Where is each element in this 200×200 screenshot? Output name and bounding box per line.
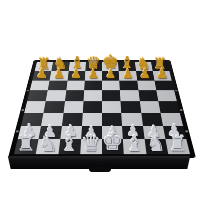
square-b5 (46, 90, 66, 101)
square-b4 (44, 101, 65, 113)
square-g4 (139, 101, 160, 113)
square-h5 (156, 90, 177, 101)
square-h4 (158, 101, 180, 113)
square-c6 (66, 80, 85, 90)
chess-board (8, 60, 196, 158)
square-d2 (81, 126, 102, 140)
square-e2 (102, 126, 123, 140)
square-e8 (102, 62, 119, 71)
square-d6 (84, 80, 102, 90)
square-e7 (102, 71, 119, 80)
frame-pin-icon (185, 131, 188, 133)
square-a4 (24, 101, 46, 113)
square-e4 (102, 101, 121, 113)
square-f8 (118, 62, 135, 71)
square-c1 (58, 139, 81, 154)
square-a2 (18, 126, 42, 140)
square-f3 (121, 113, 142, 126)
square-f2 (122, 126, 144, 140)
square-d3 (82, 113, 102, 126)
chess-set-photo: ♜♞♝♛♚♝♞♜♟♟♟♟♟♟♟♟♟♟♟♟♟♟♟♟♜♞♝♛♚♝♞♜ (0, 0, 200, 200)
square-a6 (30, 80, 50, 90)
square-g8 (135, 62, 153, 71)
square-e1 (102, 139, 124, 154)
square-d1 (80, 139, 102, 154)
square-h2 (163, 126, 187, 140)
square-g6 (137, 80, 156, 90)
square-d7 (85, 71, 102, 80)
square-b8 (52, 62, 70, 71)
square-b2 (39, 126, 62, 140)
square-b6 (48, 80, 67, 90)
board-clasp (89, 167, 111, 172)
square-b1 (36, 139, 60, 154)
square-d8 (85, 62, 102, 71)
square-h7 (152, 71, 171, 80)
square-f5 (120, 90, 139, 101)
square-b3 (41, 113, 63, 126)
square-e6 (102, 80, 120, 90)
square-c5 (65, 90, 84, 101)
square-b7 (50, 71, 69, 80)
frame-pin-icon (180, 109, 183, 110)
square-h1 (165, 139, 190, 154)
square-c7 (67, 71, 85, 80)
square-h6 (154, 80, 174, 90)
square-a1 (14, 139, 39, 154)
square-g2 (142, 126, 165, 140)
square-d4 (83, 101, 102, 113)
square-a5 (27, 90, 48, 101)
square-a3 (21, 113, 44, 126)
square-c4 (63, 101, 83, 113)
square-h3 (160, 113, 183, 126)
board-squares (14, 62, 190, 154)
square-d5 (83, 90, 102, 101)
square-e3 (102, 113, 122, 126)
square-e5 (102, 90, 121, 101)
frame-pin-icon (21, 109, 24, 110)
square-c2 (60, 126, 82, 140)
square-a8 (35, 62, 53, 71)
square-f6 (119, 80, 138, 90)
square-c8 (68, 62, 85, 71)
square-g7 (136, 71, 155, 80)
square-g3 (141, 113, 163, 126)
square-g5 (138, 90, 158, 101)
square-f7 (119, 71, 137, 80)
frame-pin-icon (175, 90, 177, 91)
square-f4 (121, 101, 141, 113)
square-f1 (123, 139, 146, 154)
square-h8 (151, 62, 169, 71)
square-g1 (144, 139, 168, 154)
square-a7 (32, 71, 51, 80)
square-c3 (62, 113, 83, 126)
frame-pin-icon (16, 131, 19, 133)
